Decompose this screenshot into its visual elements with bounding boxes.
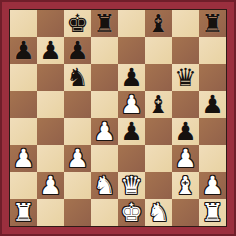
square-a8[interactable] [10, 10, 37, 37]
square-c7[interactable]: ♟ [64, 37, 91, 64]
square-d7[interactable] [91, 37, 118, 64]
black-rook-piece: ♜ [93, 10, 115, 37]
square-d8[interactable]: ♜ [91, 10, 118, 37]
square-b5[interactable] [37, 91, 64, 118]
square-g3[interactable]: ♟ [172, 145, 199, 172]
black-pawn-piece: ♟ [120, 64, 142, 91]
square-g5[interactable] [172, 91, 199, 118]
square-a4[interactable] [10, 118, 37, 145]
white-pawn-piece: ♟ [120, 91, 142, 118]
square-c2[interactable] [64, 172, 91, 199]
square-b8[interactable] [37, 10, 64, 37]
white-pawn-piece: ♟ [93, 118, 115, 145]
square-h2[interactable]: ♟ [199, 172, 226, 199]
white-pawn-piece: ♟ [174, 145, 196, 172]
black-queen-piece: ♛ [174, 64, 196, 91]
white-pawn-piece: ♟ [12, 145, 34, 172]
square-a3[interactable]: ♟ [10, 145, 37, 172]
square-b4[interactable] [37, 118, 64, 145]
square-a1[interactable]: ♜ [10, 199, 37, 226]
square-c6[interactable]: ♞ [64, 64, 91, 91]
square-c1[interactable] [64, 199, 91, 226]
white-rook-piece: ♜ [201, 199, 223, 226]
square-f1[interactable]: ♞ [145, 199, 172, 226]
square-e2[interactable]: ♛ [118, 172, 145, 199]
square-d5[interactable] [91, 91, 118, 118]
square-a2[interactable] [10, 172, 37, 199]
square-f7[interactable] [145, 37, 172, 64]
black-pawn-piece: ♟ [12, 37, 34, 64]
square-g6[interactable]: ♛ [172, 64, 199, 91]
square-d6[interactable] [91, 64, 118, 91]
square-h8[interactable]: ♜ [199, 10, 226, 37]
square-h3[interactable] [199, 145, 226, 172]
black-pawn-piece: ♟ [39, 37, 61, 64]
black-pawn-piece: ♟ [201, 91, 223, 118]
square-c8[interactable]: ♚ [64, 10, 91, 37]
square-e5[interactable]: ♟ [118, 91, 145, 118]
white-queen-piece: ♛ [120, 172, 142, 199]
square-e4[interactable]: ♟ [118, 118, 145, 145]
square-g8[interactable] [172, 10, 199, 37]
board-frame: ♚♜♝♜♟♟♟♞♟♛♟♝♟♟♟♟♟♟♟♟♞♛♝♟♜♚♞♜ [0, 0, 236, 236]
white-king-piece: ♚ [120, 199, 142, 226]
black-pawn-piece: ♟ [120, 118, 142, 145]
square-f3[interactable] [145, 145, 172, 172]
square-e8[interactable] [118, 10, 145, 37]
square-h7[interactable] [199, 37, 226, 64]
square-b3[interactable] [37, 145, 64, 172]
square-f8[interactable]: ♝ [145, 10, 172, 37]
square-c5[interactable] [64, 91, 91, 118]
square-g4[interactable]: ♟ [172, 118, 199, 145]
square-g7[interactable] [172, 37, 199, 64]
square-f6[interactable] [145, 64, 172, 91]
white-bishop-piece: ♝ [174, 172, 196, 199]
square-b6[interactable] [37, 64, 64, 91]
square-d4[interactable]: ♟ [91, 118, 118, 145]
square-e1[interactable]: ♚ [118, 199, 145, 226]
square-d2[interactable]: ♞ [91, 172, 118, 199]
square-h1[interactable]: ♜ [199, 199, 226, 226]
square-f2[interactable] [145, 172, 172, 199]
black-bishop-piece: ♝ [147, 91, 169, 118]
square-a5[interactable] [10, 91, 37, 118]
white-pawn-piece: ♟ [201, 172, 223, 199]
chess-board: ♚♜♝♜♟♟♟♞♟♛♟♝♟♟♟♟♟♟♟♟♞♛♝♟♜♚♞♜ [9, 9, 227, 227]
square-f4[interactable] [145, 118, 172, 145]
white-knight-piece: ♞ [147, 199, 169, 226]
square-g1[interactable] [172, 199, 199, 226]
square-h6[interactable] [199, 64, 226, 91]
square-e6[interactable]: ♟ [118, 64, 145, 91]
square-c3[interactable]: ♟ [64, 145, 91, 172]
square-g2[interactable]: ♝ [172, 172, 199, 199]
square-b7[interactable]: ♟ [37, 37, 64, 64]
square-e7[interactable] [118, 37, 145, 64]
square-d1[interactable] [91, 199, 118, 226]
square-b2[interactable]: ♟ [37, 172, 64, 199]
black-king-piece: ♚ [66, 10, 88, 37]
white-knight-piece: ♞ [93, 172, 115, 199]
square-h4[interactable] [199, 118, 226, 145]
square-a7[interactable]: ♟ [10, 37, 37, 64]
square-f5[interactable]: ♝ [145, 91, 172, 118]
black-rook-piece: ♜ [201, 10, 223, 37]
black-pawn-piece: ♟ [66, 37, 88, 64]
black-pawn-piece: ♟ [174, 118, 196, 145]
square-c4[interactable] [64, 118, 91, 145]
black-bishop-piece: ♝ [147, 10, 169, 37]
square-b1[interactable] [37, 199, 64, 226]
white-pawn-piece: ♟ [39, 172, 61, 199]
square-a6[interactable] [10, 64, 37, 91]
square-e3[interactable] [118, 145, 145, 172]
white-pawn-piece: ♟ [66, 145, 88, 172]
white-rook-piece: ♜ [12, 199, 34, 226]
square-h5[interactable]: ♟ [199, 91, 226, 118]
black-knight-piece: ♞ [66, 64, 88, 91]
square-d3[interactable] [91, 145, 118, 172]
